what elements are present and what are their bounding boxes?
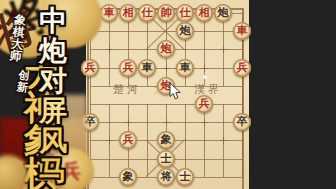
piece-black-車[interactable]: 車: [138, 59, 156, 77]
piece-red-仕[interactable]: 仕: [138, 4, 156, 22]
piece-character: 帥: [161, 4, 172, 22]
piece-red-兵[interactable]: 兵: [233, 59, 251, 77]
piece-character: 車: [237, 22, 248, 40]
piece-black-将[interactable]: 将: [157, 168, 175, 186]
piece-black-士[interactable]: 士: [157, 150, 175, 168]
point-marker: [220, 137, 227, 144]
piece-character: 仕: [180, 4, 191, 22]
piece-character: 相: [199, 4, 210, 22]
piece-red-車[interactable]: 車: [100, 4, 118, 22]
piece-black-車[interactable]: 車: [176, 59, 194, 77]
video-frame: 将 炮 帅 大神象棋 楚河 漢界 大师 車相仕帥仕相炮炮車炮兵兵車車兵炮兵卒卒兵…: [0, 0, 336, 189]
piece-character: 兵: [85, 59, 96, 77]
piece-red-兵[interactable]: 兵: [81, 59, 99, 77]
xiangqi-board[interactable]: 楚河 漢界 大师 車相仕帥仕相炮炮車炮兵兵車車兵炮兵卒卒兵象士象将士: [86, 0, 249, 189]
piece-red-相[interactable]: 相: [195, 4, 213, 22]
glare-dot: [203, 75, 207, 79]
piece-red-帥[interactable]: 帥: [157, 4, 175, 22]
piece-black-炮[interactable]: 炮: [214, 4, 232, 22]
piece-character: 車: [142, 59, 153, 77]
piece-character: 相: [123, 4, 134, 22]
point-marker: [201, 119, 208, 126]
piece-character: 炮: [161, 40, 172, 58]
piece-character: 車: [104, 4, 115, 22]
right-banner-subtitle-bottom: 创新: [15, 69, 32, 95]
piece-character: 仕: [142, 4, 153, 22]
piece-character: 士: [161, 150, 172, 168]
river-label-left: 楚河: [113, 82, 141, 97]
piece-black-象[interactable]: 象: [119, 168, 137, 186]
piece-red-兵[interactable]: 兵: [195, 95, 213, 113]
piece-character: 卒: [237, 113, 248, 131]
piece-character: 炮: [180, 22, 191, 40]
piece-black-士[interactable]: 士: [176, 168, 194, 186]
piece-character: 象: [123, 168, 134, 186]
point-marker: [106, 46, 113, 53]
piece-character: 兵: [123, 59, 134, 77]
piece-red-仕[interactable]: 仕: [176, 4, 194, 22]
mouse-cursor: [169, 83, 182, 100]
piece-character: 象: [161, 131, 172, 149]
piece-character: 将: [161, 168, 172, 186]
point-marker: [163, 65, 170, 72]
piece-character: 兵: [199, 95, 210, 113]
piece-character: 炮: [218, 4, 229, 22]
piece-character: 兵: [123, 131, 134, 149]
point-marker: [163, 119, 170, 126]
piece-black-卒[interactable]: 卒: [233, 113, 251, 131]
piece-character: 車: [180, 59, 191, 77]
point-marker: [201, 65, 208, 72]
piece-character: 士: [180, 168, 191, 186]
right-banner-title: 中炮对屏风马: [33, 6, 73, 186]
point-marker: [106, 137, 113, 144]
piece-red-車[interactable]: 車: [233, 22, 251, 40]
piece-character: 兵: [237, 59, 248, 77]
piece-red-兵[interactable]: 兵: [119, 59, 137, 77]
point-marker: [220, 46, 227, 53]
piece-red-相[interactable]: 相: [119, 4, 137, 22]
point-marker: [125, 119, 132, 126]
